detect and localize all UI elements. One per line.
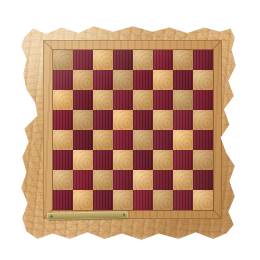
plaque-screw-icon [122,213,125,216]
square-g6 [173,90,193,110]
square-c1 [93,190,113,210]
square-h4 [193,130,213,150]
square-f6 [153,90,173,110]
plaque-screw-icon [50,215,53,218]
square-a7 [53,70,73,90]
square-d6 [113,90,133,110]
square-d2 [113,170,133,190]
square-e6 [133,90,153,110]
square-b7 [73,70,93,90]
square-e2 [133,170,153,190]
square-a1 [53,190,73,210]
square-d5 [113,110,133,130]
square-b4 [73,130,93,150]
chess-board [20,22,237,240]
square-e3 [133,150,153,170]
square-g3 [173,150,193,170]
square-e5 [133,110,153,130]
square-d1 [113,190,133,210]
square-f2 [153,170,173,190]
square-b6 [73,90,93,110]
square-c8 [93,50,113,70]
square-g4 [173,130,193,150]
square-g5 [173,110,193,130]
square-b8 [73,50,93,70]
square-h3 [193,150,213,170]
board-grid [53,50,213,210]
square-d3 [113,150,133,170]
square-f4 [153,130,173,150]
square-f3 [153,150,173,170]
square-e4 [133,130,153,150]
square-h5 [193,110,213,130]
square-b1 [73,190,93,210]
square-d8 [113,50,133,70]
square-e7 [133,70,153,90]
square-h7 [193,70,213,90]
square-f8 [153,50,173,70]
product-photo [0,0,260,260]
square-h6 [193,90,213,110]
square-h8 [193,50,213,70]
square-f5 [153,110,173,130]
square-h2 [193,170,213,190]
square-b5 [73,110,93,130]
square-a6 [53,90,73,110]
square-c4 [93,130,113,150]
square-g7 [173,70,193,90]
square-a5 [53,110,73,130]
square-c3 [93,150,113,170]
square-b3 [73,150,93,170]
square-c5 [93,110,113,130]
square-e8 [133,50,153,70]
square-b2 [73,170,93,190]
square-d7 [113,70,133,90]
square-d4 [113,130,133,150]
square-f7 [153,70,173,90]
square-f1 [153,190,173,210]
square-g1 [173,190,193,210]
square-a4 [53,130,73,150]
square-a3 [53,150,73,170]
square-c2 [93,170,113,190]
square-h1 [193,190,213,210]
square-a2 [53,170,73,190]
square-e1 [133,190,153,210]
square-g8 [173,50,193,70]
square-c6 [93,90,113,110]
square-g2 [173,170,193,190]
square-c7 [93,70,113,90]
square-a8 [53,50,73,70]
